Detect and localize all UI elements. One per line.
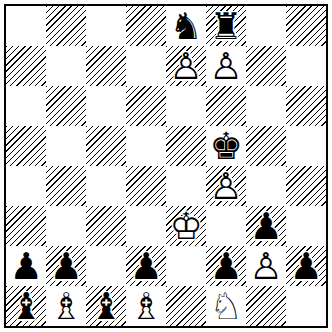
square-c1[interactable]: ♝♝ — [86, 286, 126, 326]
black-pawn-f2[interactable]: ♟♟ — [206, 246, 246, 286]
black-knight-e8[interactable]: ♞♞ — [166, 6, 206, 46]
square-b5[interactable] — [46, 126, 86, 166]
square-a1[interactable]: ♝♝ — [6, 286, 46, 326]
square-c7[interactable] — [86, 46, 126, 86]
square-f4[interactable]: ♟♙ — [206, 166, 246, 206]
square-g3[interactable]: ♟♟ — [246, 206, 286, 246]
square-f8[interactable]: ♜♜ — [206, 6, 246, 46]
black-king-icon: ♚ — [206, 126, 246, 166]
square-e7[interactable]: ♟♙ — [166, 46, 206, 86]
square-f5[interactable]: ♚♚ — [206, 126, 246, 166]
square-b7[interactable] — [46, 46, 86, 86]
black-pawn-icon: ♟ — [6, 246, 46, 286]
white-pawn-e7[interactable]: ♟♙ — [166, 46, 206, 86]
black-bishop-icon: ♝ — [6, 286, 46, 326]
white-knight-f1[interactable]: ♞♘ — [206, 286, 246, 326]
white-bishop-b1[interactable]: ♝♗ — [46, 286, 86, 326]
white-bishop-icon: ♗ — [126, 286, 166, 326]
white-pawn-icon: ♙ — [206, 46, 246, 86]
square-b1[interactable]: ♝♗ — [46, 286, 86, 326]
square-a6[interactable] — [6, 86, 46, 126]
square-d6[interactable] — [126, 86, 166, 126]
square-h2[interactable]: ♟♟ — [286, 246, 326, 286]
black-pawn-b2[interactable]: ♟♟ — [46, 246, 86, 286]
black-pawn-icon: ♟ — [246, 206, 286, 246]
square-d3[interactable] — [126, 206, 166, 246]
black-pawn-icon: ♟ — [206, 246, 246, 286]
black-bishop-c1[interactable]: ♝♝ — [86, 286, 126, 326]
square-c2[interactable] — [86, 246, 126, 286]
square-g8[interactable] — [246, 6, 286, 46]
square-f1[interactable]: ♞♘ — [206, 286, 246, 326]
square-d8[interactable] — [126, 6, 166, 46]
square-e3[interactable]: ♚♔ — [166, 206, 206, 246]
square-e5[interactable] — [166, 126, 206, 166]
square-d1[interactable]: ♝♗ — [126, 286, 166, 326]
black-pawn-a2[interactable]: ♟♟ — [6, 246, 46, 286]
square-f6[interactable] — [206, 86, 246, 126]
white-bishop-d1[interactable]: ♝♗ — [126, 286, 166, 326]
square-g4[interactable] — [246, 166, 286, 206]
square-d2[interactable]: ♟♟ — [126, 246, 166, 286]
square-d5[interactable] — [126, 126, 166, 166]
square-a8[interactable] — [6, 6, 46, 46]
white-pawn-icon: ♙ — [206, 166, 246, 206]
square-f3[interactable] — [206, 206, 246, 246]
square-b2[interactable]: ♟♟ — [46, 246, 86, 286]
square-a2[interactable]: ♟♟ — [6, 246, 46, 286]
square-h1[interactable] — [286, 286, 326, 326]
square-c4[interactable] — [86, 166, 126, 206]
square-c3[interactable] — [86, 206, 126, 246]
square-a4[interactable] — [6, 166, 46, 206]
square-e2[interactable] — [166, 246, 206, 286]
square-g2[interactable]: ♟♙ — [246, 246, 286, 286]
square-g6[interactable] — [246, 86, 286, 126]
black-king-f5[interactable]: ♚♚ — [206, 126, 246, 166]
square-c8[interactable] — [86, 6, 126, 46]
square-a7[interactable] — [6, 46, 46, 86]
white-king-icon: ♔ — [166, 206, 206, 246]
chessboard: ♞♞♜♜♟♙♟♙♚♚♟♙♚♔♟♟♟♟♟♟♟♟♟♟♟♙♟♟♝♝♝♗♝♝♝♗♞♘ — [4, 4, 328, 328]
square-e6[interactable] — [166, 86, 206, 126]
black-rook-icon: ♜ — [206, 6, 246, 46]
square-f7[interactable]: ♟♙ — [206, 46, 246, 86]
square-d7[interactable] — [126, 46, 166, 86]
square-b8[interactable] — [46, 6, 86, 46]
square-f2[interactable]: ♟♟ — [206, 246, 246, 286]
black-rook-f8[interactable]: ♜♜ — [206, 6, 246, 46]
square-g7[interactable] — [246, 46, 286, 86]
square-b3[interactable] — [46, 206, 86, 246]
square-b4[interactable] — [46, 166, 86, 206]
square-h6[interactable] — [286, 86, 326, 126]
square-e4[interactable] — [166, 166, 206, 206]
black-pawn-g3[interactable]: ♟♟ — [246, 206, 286, 246]
black-pawn-icon: ♟ — [46, 246, 86, 286]
square-h4[interactable] — [286, 166, 326, 206]
white-pawn-icon: ♙ — [166, 46, 206, 86]
square-h3[interactable] — [286, 206, 326, 246]
black-pawn-icon: ♟ — [126, 246, 166, 286]
square-g5[interactable] — [246, 126, 286, 166]
white-pawn-f7[interactable]: ♟♙ — [206, 46, 246, 86]
square-g1[interactable] — [246, 286, 286, 326]
white-pawn-g2[interactable]: ♟♙ — [246, 246, 286, 286]
square-c6[interactable] — [86, 86, 126, 126]
chess-diagram: ♞♞♜♜♟♙♟♙♚♚♟♙♚♔♟♟♟♟♟♟♟♟♟♟♟♙♟♟♝♝♝♗♝♝♝♗♞♘ — [0, 0, 332, 332]
white-pawn-icon: ♙ — [246, 246, 286, 286]
black-bishop-icon: ♝ — [86, 286, 126, 326]
square-a3[interactable] — [6, 206, 46, 246]
square-a5[interactable] — [6, 126, 46, 166]
square-h5[interactable] — [286, 126, 326, 166]
white-king-e3[interactable]: ♚♔ — [166, 206, 206, 246]
black-pawn-icon: ♟ — [286, 246, 326, 286]
square-h8[interactable] — [286, 6, 326, 46]
square-h7[interactable] — [286, 46, 326, 86]
black-pawn-d2[interactable]: ♟♟ — [126, 246, 166, 286]
black-pawn-h2[interactable]: ♟♟ — [286, 246, 326, 286]
square-e1[interactable] — [166, 286, 206, 326]
white-bishop-icon: ♗ — [46, 286, 86, 326]
white-pawn-f4[interactable]: ♟♙ — [206, 166, 246, 206]
black-bishop-a1[interactable]: ♝♝ — [6, 286, 46, 326]
square-c5[interactable] — [86, 126, 126, 166]
square-e8[interactable]: ♞♞ — [166, 6, 206, 46]
white-knight-icon: ♘ — [206, 286, 246, 326]
black-knight-icon: ♞ — [166, 6, 206, 46]
square-d4[interactable] — [126, 166, 166, 206]
square-b6[interactable] — [46, 86, 86, 126]
